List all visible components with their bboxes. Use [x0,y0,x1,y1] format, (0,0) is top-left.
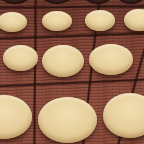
disc-light[interactable] [124,9,144,31]
disc-dark[interactable] [42,0,72,4]
disc-light[interactable] [38,97,97,143]
grid-line-vertical-1 [33,0,37,144]
grid-line-horizontal-1 [0,5,144,9]
disc-dark[interactable] [118,0,144,4]
disc-light[interactable] [0,95,32,139]
disc-light[interactable] [0,12,27,32]
disc-light[interactable] [103,93,144,138]
disc-light[interactable] [85,10,115,31]
disc-dark[interactable] [0,0,31,4]
disc-dark[interactable] [84,0,112,4]
disc-light[interactable] [42,11,72,31]
disc-light[interactable] [89,44,133,75]
grid-line-horizontal-3 [0,79,144,88]
disc-light[interactable] [42,45,84,77]
board-photo [0,0,144,144]
disc-light[interactable] [3,45,38,71]
grid-line-horizontal-2 [0,32,144,40]
